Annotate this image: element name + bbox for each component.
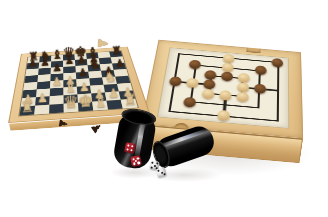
chess-piece-wP[interactable]: ♟: [36, 92, 48, 105]
chess-square[interactable]: ♚: [78, 102, 93, 112]
morris-playing-surface[interactable]: [157, 47, 289, 128]
chess-piece-bP[interactable]: ♟: [114, 58, 124, 69]
lid-top-notch: [246, 48, 260, 54]
morris-piece-light-b4[interactable]: [186, 78, 199, 88]
die-pip: [163, 173, 165, 175]
chess-square[interactable]: ♛: [64, 103, 79, 113]
die-pip: [126, 148, 129, 151]
die-pip: [127, 144, 130, 147]
die-pip: [131, 145, 134, 148]
die-pip: [138, 162, 141, 165]
die-pip: [151, 166, 153, 168]
mill-board-lines: [168, 53, 279, 121]
chess-board-grid: ♜♞♝♛♚♝♜♟♟♟♟♟♟♞♟♟♟♟♟♞♝♟♟♟♟♟♟♜♛♚♝♜: [20, 51, 138, 116]
chess-square[interactable]: [34, 105, 49, 115]
chess-piece-bP[interactable]: ♟: [39, 57, 49, 68]
chess-square[interactable]: [106, 100, 122, 110]
chess-square[interactable]: ♟: [76, 72, 89, 80]
product-photo: ♜♞♝♛♚♝♜♟♟♟♟♟♟♞♟♟♟♟♟♞♝♟♟♟♟♟♟♜♛♚♝♜ ♟ ♟ ♟: [0, 0, 328, 217]
red-die-2[interactable]: [130, 155, 142, 167]
standing-cup-gloss: [134, 122, 145, 159]
morris-piece-light-d3[interactable]: [219, 90, 232, 101]
chess-piece-wP[interactable]: ♟: [51, 76, 62, 88]
chess-piece-bP[interactable]: ♟: [51, 62, 61, 73]
red-die-1[interactable]: [124, 142, 136, 154]
chess-piece-bN[interactable]: ♞: [88, 58, 100, 71]
chess-piece-wR[interactable]: ♜: [122, 92, 136, 108]
die-pip: [130, 149, 133, 152]
chess-square[interactable]: ♟: [26, 62, 39, 69]
chess-piece-wK[interactable]: ♚: [77, 93, 93, 111]
fallen-light-piece-on-board[interactable]: ♟: [96, 37, 110, 50]
chess-square[interactable]: ♞: [102, 77, 117, 85]
chess-square[interactable]: [37, 74, 50, 82]
chess-piece-bP[interactable]: ♟: [76, 54, 86, 65]
morris-piece-dark-g7[interactable]: [272, 58, 284, 68]
chess-square[interactable]: ♟: [75, 59, 88, 66]
morris-piece-light-c3[interactable]: [202, 88, 215, 99]
morris-piece-light-e3[interactable]: [236, 91, 249, 102]
chess-piece-wP[interactable]: ♟: [107, 87, 119, 100]
chess-piece-wB[interactable]: ♝: [92, 93, 107, 110]
chess-square[interactable]: [23, 82, 37, 90]
mill-connector-bottom: [222, 95, 226, 115]
chess-piece-bP[interactable]: ♟: [64, 55, 74, 66]
morris-piece-dark-f6[interactable]: [255, 65, 267, 75]
chess-piece-wQ[interactable]: ♛: [62, 94, 78, 112]
chess-piece-bP[interactable]: ♟: [27, 58, 37, 69]
fallen-dark-piece-table-left[interactable]: ♟: [57, 118, 70, 130]
chess-square[interactable]: ♜: [20, 106, 36, 116]
morris-piece-light-d1[interactable]: [217, 110, 230, 121]
chess-piece-bR[interactable]: ♜: [110, 44, 121, 57]
die-pip: [156, 163, 158, 165]
chess-piece-bP[interactable]: ♟: [77, 67, 88, 79]
chess-piece-bB[interactable]: ♝: [51, 48, 63, 62]
chess-square[interactable]: ♞: [88, 64, 101, 71]
chess-square[interactable]: [24, 75, 38, 83]
die-pip: [133, 163, 136, 166]
die-pip: [137, 157, 140, 160]
morris-piece-dark-c4[interactable]: [203, 79, 216, 89]
morris-piece-dark-f4[interactable]: [254, 83, 266, 94]
chess-square[interactable]: ♜: [121, 99, 138, 109]
morris-piece-light-e4[interactable]: [237, 82, 250, 93]
chess-square[interactable]: [89, 78, 103, 86]
chess-square[interactable]: [49, 104, 64, 114]
chess-piece-wN[interactable]: ♞: [103, 70, 116, 84]
morris-piece-dark-b2[interactable]: [183, 97, 197, 108]
chess-square[interactable]: ♝: [92, 101, 108, 111]
chess-square[interactable]: ♟: [63, 60, 75, 67]
chess-piece-wR[interactable]: ♜: [19, 99, 33, 115]
